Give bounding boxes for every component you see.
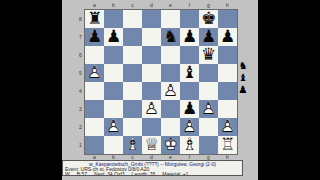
screenshot-stage: abcdefgh 87654321 ♜♚♟♟♞♟♟♟♛♟♙♝♟♙♟♙♟♟♙♟♙♟… bbox=[0, 0, 320, 180]
rank-label-4: 4 bbox=[77, 82, 84, 100]
board-grid: ♜♚♟♟♞♟♟♟♛♟♙♝♟♙♟♙♟♟♙♟♙♟♙♟♙♝♗♛♕♚♔♝♗♜♖ bbox=[85, 10, 237, 154]
black-knight[interactable]: ♞ bbox=[161, 28, 180, 46]
black-pawn[interactable]: ♟ bbox=[104, 28, 123, 46]
rank-label-6: 6 bbox=[77, 46, 84, 64]
rank-label-5: 5 bbox=[77, 64, 84, 82]
square-b1[interactable] bbox=[104, 136, 123, 154]
file-label-b: b bbox=[104, 2, 123, 8]
file-label-f: f bbox=[180, 2, 199, 8]
square-c5[interactable] bbox=[123, 64, 142, 82]
square-d3[interactable]: ♟♙ bbox=[142, 100, 161, 118]
square-c3[interactable] bbox=[123, 100, 142, 118]
material-imbalance-tray: ♞♝♗♟♙ bbox=[236, 60, 250, 96]
square-a2[interactable] bbox=[85, 118, 104, 136]
rank-label-7: 7 bbox=[77, 28, 84, 46]
file-label-d: d bbox=[142, 2, 161, 8]
square-a5[interactable]: ♟♙ bbox=[85, 64, 104, 82]
white-bishop[interactable]: ♝♗ bbox=[180, 136, 199, 154]
square-b2[interactable]: ♟♙ bbox=[104, 118, 123, 136]
rank-labels-left: 87654321 bbox=[77, 10, 84, 154]
square-d5[interactable] bbox=[142, 64, 161, 82]
next-move: Next: 34.Qxf3 bbox=[94, 172, 125, 176]
square-b4[interactable] bbox=[104, 82, 123, 100]
material-count: Material: +1 bbox=[162, 172, 188, 176]
square-h1[interactable]: ♜♖ bbox=[218, 136, 237, 154]
black-pawn[interactable]: ♟ bbox=[218, 28, 237, 46]
chess-app-window: abcdefgh 87654321 ♜♚♟♟♞♟♟♟♛♟♙♝♟♙♟♙♟♟♙♟♙♟… bbox=[62, 0, 258, 180]
black-pawn[interactable]: ♟ bbox=[85, 28, 104, 46]
square-d1[interactable]: ♛♕ bbox=[142, 136, 161, 154]
square-h4[interactable] bbox=[218, 82, 237, 100]
square-h7[interactable]: ♟ bbox=[218, 28, 237, 46]
rank-label-3: 3 bbox=[77, 100, 84, 118]
white-bishop[interactable]: ♝♗ bbox=[236, 72, 250, 84]
white-bishop[interactable]: ♝♗ bbox=[123, 136, 142, 154]
square-c6[interactable] bbox=[123, 46, 142, 64]
square-b5[interactable] bbox=[104, 64, 123, 82]
square-f5[interactable]: ♝ bbox=[180, 64, 199, 82]
white-pawn[interactable]: ♟♙ bbox=[104, 118, 123, 136]
square-e4[interactable]: ♟♙ bbox=[161, 82, 180, 100]
square-e6[interactable] bbox=[161, 46, 180, 64]
square-g3[interactable]: ♟♙ bbox=[199, 100, 218, 118]
square-a1[interactable] bbox=[85, 136, 104, 154]
white-pawn[interactable]: ♟♙ bbox=[199, 100, 218, 118]
white-pawn[interactable]: ♟♙ bbox=[161, 82, 180, 100]
square-b6[interactable] bbox=[104, 46, 123, 64]
square-c1[interactable]: ♝♗ bbox=[123, 136, 142, 154]
file-label-e: e bbox=[161, 2, 180, 8]
square-g2[interactable] bbox=[199, 118, 218, 136]
square-g6[interactable]: ♛ bbox=[199, 46, 218, 64]
square-c7[interactable] bbox=[123, 28, 142, 46]
book-indicator: B:57 bbox=[77, 172, 87, 176]
rank-label-2: 2 bbox=[77, 118, 84, 136]
status-line: W B:57 Next: 34.Qxf3 Length: 76 Material… bbox=[65, 172, 240, 176]
white-pawn[interactable]: ♟♙ bbox=[142, 100, 161, 118]
black-bishop[interactable]: ♝ bbox=[180, 64, 199, 82]
square-g1[interactable] bbox=[199, 136, 218, 154]
square-e3[interactable] bbox=[161, 100, 180, 118]
to-move-indicator: W bbox=[65, 172, 70, 176]
white-pawn[interactable]: ♟♙ bbox=[236, 84, 250, 96]
game-info-panel: w_Kasparowitsch_Gmbt (????) -- Morgulew,… bbox=[62, 160, 243, 176]
square-h6[interactable] bbox=[218, 46, 237, 64]
square-f7[interactable]: ♟ bbox=[180, 28, 199, 46]
square-b7[interactable]: ♟ bbox=[104, 28, 123, 46]
square-f1[interactable]: ♝♗ bbox=[180, 136, 199, 154]
square-a7[interactable]: ♟ bbox=[85, 28, 104, 46]
white-queen[interactable]: ♛♕ bbox=[142, 136, 161, 154]
white-king[interactable]: ♚♔ bbox=[161, 136, 180, 154]
square-d7[interactable] bbox=[142, 28, 161, 46]
square-d8[interactable] bbox=[142, 10, 161, 28]
square-g5[interactable] bbox=[199, 64, 218, 82]
black-pawn[interactable]: ♟ bbox=[180, 28, 199, 46]
square-e7[interactable]: ♞ bbox=[161, 28, 180, 46]
black-queen[interactable]: ♛ bbox=[199, 46, 218, 64]
square-d6[interactable] bbox=[142, 46, 161, 64]
square-e1[interactable]: ♚♔ bbox=[161, 136, 180, 154]
file-label-c: c bbox=[123, 2, 142, 8]
game-length: Length: 76 bbox=[132, 172, 156, 176]
square-a3[interactable] bbox=[85, 100, 104, 118]
square-c8[interactable] bbox=[123, 10, 142, 28]
black-knight[interactable]: ♞ bbox=[236, 60, 250, 72]
square-h5[interactable] bbox=[218, 64, 237, 82]
white-pawn[interactable]: ♟♙ bbox=[85, 64, 104, 82]
white-rook[interactable]: ♜♖ bbox=[218, 136, 237, 154]
file-label-h: h bbox=[218, 2, 237, 8]
rank-label-1: 1 bbox=[77, 136, 84, 154]
rank-label-8: 8 bbox=[77, 10, 84, 28]
square-a4[interactable] bbox=[85, 82, 104, 100]
square-c4[interactable] bbox=[123, 82, 142, 100]
